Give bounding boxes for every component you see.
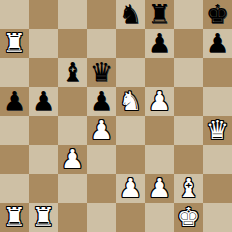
- square-b3[interactable]: [29, 145, 58, 174]
- square-g6[interactable]: [174, 58, 203, 87]
- square-f6[interactable]: [145, 58, 174, 87]
- square-c2[interactable]: [58, 174, 87, 203]
- square-b4[interactable]: [29, 116, 58, 145]
- square-d8[interactable]: [87, 0, 116, 29]
- square-c4[interactable]: [58, 116, 87, 145]
- square-b1[interactable]: ♜: [29, 203, 58, 232]
- square-b5[interactable]: ♟: [29, 87, 58, 116]
- square-d7[interactable]: [87, 29, 116, 58]
- square-c5[interactable]: [58, 87, 87, 116]
- white-knight-piece: ♞: [119, 87, 142, 116]
- black-pawn-piece: ♟: [206, 29, 229, 58]
- white-rook-piece: ♜: [3, 29, 26, 58]
- square-a3[interactable]: [0, 145, 29, 174]
- black-pawn-piece: ♟: [148, 29, 171, 58]
- square-f2[interactable]: ♟: [145, 174, 174, 203]
- square-h6[interactable]: [203, 58, 232, 87]
- square-f5[interactable]: ♟: [145, 87, 174, 116]
- square-g8[interactable]: [174, 0, 203, 29]
- square-e7[interactable]: [116, 29, 145, 58]
- black-knight-piece: ♞: [119, 0, 142, 29]
- white-pawn-piece: ♟: [61, 145, 84, 174]
- white-pawn-piece: ♟: [119, 174, 142, 203]
- square-f3[interactable]: [145, 145, 174, 174]
- white-bishop-piece: ♝: [177, 174, 200, 203]
- square-f7[interactable]: ♟: [145, 29, 174, 58]
- square-e2[interactable]: ♟: [116, 174, 145, 203]
- square-g7[interactable]: [174, 29, 203, 58]
- square-b8[interactable]: [29, 0, 58, 29]
- white-pawn-piece: ♟: [90, 116, 113, 145]
- square-d5[interactable]: ♟: [87, 87, 116, 116]
- square-f8[interactable]: ♜: [145, 0, 174, 29]
- square-h3[interactable]: [203, 145, 232, 174]
- square-a6[interactable]: [0, 58, 29, 87]
- square-h8[interactable]: ♚: [203, 0, 232, 29]
- black-queen-piece: ♛: [90, 58, 113, 87]
- square-e1[interactable]: [116, 203, 145, 232]
- square-e3[interactable]: [116, 145, 145, 174]
- white-pawn-piece: ♟: [148, 87, 171, 116]
- square-a5[interactable]: ♟: [0, 87, 29, 116]
- square-a7[interactable]: ♜: [0, 29, 29, 58]
- black-bishop-piece: ♝: [61, 58, 84, 87]
- square-c8[interactable]: [58, 0, 87, 29]
- square-g2[interactable]: ♝: [174, 174, 203, 203]
- square-e6[interactable]: [116, 58, 145, 87]
- square-e4[interactable]: [116, 116, 145, 145]
- black-rook-piece: ♜: [148, 0, 171, 29]
- black-pawn-piece: ♟: [90, 87, 113, 116]
- square-a2[interactable]: [0, 174, 29, 203]
- square-d4[interactable]: ♟: [87, 116, 116, 145]
- white-rook-piece: ♜: [32, 203, 55, 232]
- square-e8[interactable]: ♞: [116, 0, 145, 29]
- black-pawn-piece: ♟: [3, 87, 26, 116]
- square-c7[interactable]: [58, 29, 87, 58]
- square-g3[interactable]: [174, 145, 203, 174]
- square-d2[interactable]: [87, 174, 116, 203]
- square-a1[interactable]: ♜: [0, 203, 29, 232]
- square-h4[interactable]: ♛: [203, 116, 232, 145]
- black-king-piece: ♚: [206, 0, 229, 29]
- square-d6[interactable]: ♛: [87, 58, 116, 87]
- square-c3[interactable]: ♟: [58, 145, 87, 174]
- white-rook-piece: ♜: [3, 203, 26, 232]
- square-d1[interactable]: [87, 203, 116, 232]
- white-pawn-piece: ♟: [148, 174, 171, 203]
- white-queen-piece: ♛: [206, 116, 229, 145]
- square-a4[interactable]: [0, 116, 29, 145]
- square-a8[interactable]: [0, 0, 29, 29]
- square-g5[interactable]: [174, 87, 203, 116]
- white-king-piece: ♚: [177, 203, 200, 232]
- square-h2[interactable]: [203, 174, 232, 203]
- square-b2[interactable]: [29, 174, 58, 203]
- square-d3[interactable]: [87, 145, 116, 174]
- square-h7[interactable]: ♟: [203, 29, 232, 58]
- square-h1[interactable]: [203, 203, 232, 232]
- square-f4[interactable]: [145, 116, 174, 145]
- square-e5[interactable]: ♞: [116, 87, 145, 116]
- square-b7[interactable]: [29, 29, 58, 58]
- square-g1[interactable]: ♚: [174, 203, 203, 232]
- square-b6[interactable]: [29, 58, 58, 87]
- square-g4[interactable]: [174, 116, 203, 145]
- square-h5[interactable]: [203, 87, 232, 116]
- square-c1[interactable]: [58, 203, 87, 232]
- square-f1[interactable]: [145, 203, 174, 232]
- square-c6[interactable]: ♝: [58, 58, 87, 87]
- black-pawn-piece: ♟: [32, 87, 55, 116]
- chess-board: ♞♜♚♜♟♟♝♛♟♟♟♞♟♟♛♟♟♟♝♜♜♚: [0, 0, 232, 232]
